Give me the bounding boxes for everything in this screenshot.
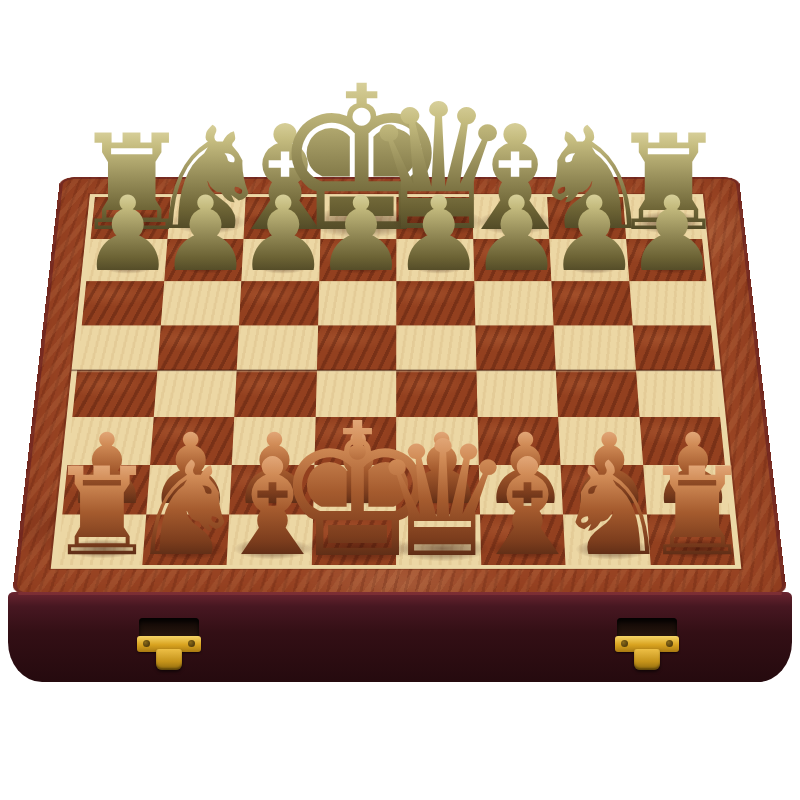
square-h3 [639, 417, 725, 465]
square-b1 [142, 514, 229, 565]
square-c6 [239, 281, 319, 325]
square-b8 [167, 197, 246, 238]
square-d6 [318, 281, 397, 325]
square-a1 [57, 514, 146, 565]
square-g8 [547, 197, 625, 238]
square-c8 [244, 197, 322, 238]
square-b5 [157, 325, 239, 370]
square-h8 [623, 197, 703, 238]
square-b6 [160, 281, 241, 325]
clasp-left [137, 618, 201, 672]
square-f2 [478, 465, 563, 514]
square-d7 [319, 239, 397, 282]
clasp-screw-icon [188, 640, 195, 647]
square-h2 [643, 465, 730, 514]
square-c2 [229, 465, 314, 514]
clasp-screw-icon [143, 640, 150, 647]
chess-board-box [12, 177, 787, 595]
square-e2 [396, 465, 479, 514]
square-g3 [558, 417, 643, 465]
clasp-screw-icon [621, 640, 628, 647]
square-c1 [227, 514, 313, 565]
square-a3 [67, 417, 153, 465]
square-d3 [314, 417, 396, 465]
square-h4 [636, 370, 720, 417]
square-e7 [396, 239, 474, 282]
clasp-latch-tab [634, 649, 660, 670]
square-e1 [396, 514, 481, 565]
square-b2 [146, 465, 232, 514]
square-e5 [396, 325, 476, 370]
square-b4 [153, 370, 236, 417]
square-g2 [561, 465, 647, 514]
square-a7 [86, 239, 167, 282]
square-d2 [313, 465, 396, 514]
clasp-screw-icon [666, 640, 673, 647]
square-g4 [556, 370, 639, 417]
square-g5 [554, 325, 636, 370]
square-d4 [315, 370, 396, 417]
square-g1 [563, 514, 650, 565]
square-e8 [396, 197, 472, 238]
square-f7 [473, 239, 552, 282]
square-c3 [232, 417, 315, 465]
square-e3 [396, 417, 478, 465]
clasp-latch-tab [156, 649, 182, 670]
square-b3 [150, 417, 235, 465]
chess-board [51, 194, 742, 568]
square-c4 [234, 370, 316, 417]
square-f4 [476, 370, 558, 417]
square-f3 [477, 417, 560, 465]
square-h1 [646, 514, 735, 565]
square-b7 [164, 239, 244, 282]
fold-seam [71, 369, 721, 373]
square-a5 [77, 325, 160, 370]
square-h6 [629, 281, 711, 325]
square-a4 [72, 370, 157, 417]
square-h5 [632, 325, 715, 370]
square-h7 [626, 239, 707, 282]
square-g7 [549, 239, 629, 282]
square-a8 [91, 197, 171, 238]
square-c5 [237, 325, 318, 370]
square-g6 [551, 281, 632, 325]
square-a2 [62, 465, 149, 514]
square-f5 [475, 325, 556, 370]
box-front-panel [8, 592, 792, 682]
square-e6 [396, 281, 475, 325]
square-e4 [396, 370, 477, 417]
square-d1 [311, 514, 396, 565]
square-c7 [241, 239, 320, 282]
square-f8 [472, 197, 549, 238]
square-d5 [316, 325, 396, 370]
square-f6 [474, 281, 554, 325]
board-grid [57, 197, 735, 565]
product-photo-scene: ♜♞♝♚♛♝♞♜♟♟♟♟♟♟♟♟♟♟♟♟♟♟♟♟♜♞♝♚♛♝♞♜ [0, 0, 800, 800]
clasp-right [615, 618, 679, 672]
square-a6 [82, 281, 164, 325]
square-f1 [480, 514, 566, 565]
square-d8 [320, 197, 396, 238]
